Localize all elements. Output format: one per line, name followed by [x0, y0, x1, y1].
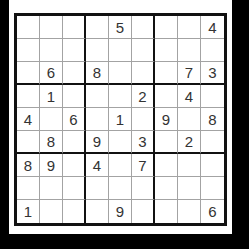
- cell-r5c9: 8: [201, 108, 224, 131]
- cell-r9c5: 9: [109, 200, 132, 223]
- cell-r8c7: [155, 177, 178, 200]
- cell-r6c9: [201, 131, 224, 154]
- cell-r8c8: [178, 177, 201, 200]
- cell-r2c2: [40, 39, 63, 62]
- cell-r8c2: [40, 177, 63, 200]
- puzzle-card: 5468731244619889328947196: [9, 0, 232, 234]
- cell-r1c1: [17, 16, 40, 39]
- cell-r5c6: [132, 108, 155, 131]
- cell-r3c2: 6: [40, 62, 63, 85]
- cell-r4c8: 4: [178, 85, 201, 108]
- cell-r1c7: [155, 16, 178, 39]
- cell-r3c1: [17, 62, 40, 85]
- cell-r3c3: [63, 62, 86, 85]
- cell-r2c5: [109, 39, 132, 62]
- cell-r6c2: 8: [40, 131, 63, 154]
- cell-r8c6: [132, 177, 155, 200]
- cell-r7c8: [178, 154, 201, 177]
- cell-r3c8: 7: [178, 62, 201, 85]
- cell-r7c1: 8: [17, 154, 40, 177]
- cell-r4c6: 2: [132, 85, 155, 108]
- cell-r2c7: [155, 39, 178, 62]
- screen-background: 5468731244619889328947196: [0, 0, 249, 249]
- cell-r7c7: [155, 154, 178, 177]
- cell-r7c2: 9: [40, 154, 63, 177]
- cell-r6c3: [63, 131, 86, 154]
- cell-r1c8: [178, 16, 201, 39]
- cell-r5c7: 9: [155, 108, 178, 131]
- cell-r9c8: [178, 200, 201, 223]
- cell-r3c9: 3: [201, 62, 224, 85]
- cell-r5c3: 6: [63, 108, 86, 131]
- cell-r4c2: 1: [40, 85, 63, 108]
- cell-r4c3: [63, 85, 86, 108]
- cell-r6c4: 9: [86, 131, 109, 154]
- cell-r8c5: [109, 177, 132, 200]
- cell-r5c2: [40, 108, 63, 131]
- cell-r7c9: [201, 154, 224, 177]
- cell-r5c5: 1: [109, 108, 132, 131]
- cell-r6c5: [109, 131, 132, 154]
- cell-r2c8: [178, 39, 201, 62]
- cell-r6c8: 2: [178, 131, 201, 154]
- cell-r1c2: [40, 16, 63, 39]
- cell-r4c9: [201, 85, 224, 108]
- cell-r8c4: [86, 177, 109, 200]
- cell-r5c8: [178, 108, 201, 131]
- cell-r1c9: 4: [201, 16, 224, 39]
- cell-r9c2: [40, 200, 63, 223]
- cell-r3c5: [109, 62, 132, 85]
- cell-r9c6: [132, 200, 155, 223]
- cell-r7c4: 4: [86, 154, 109, 177]
- cell-r8c9: [201, 177, 224, 200]
- cell-r2c1: [17, 39, 40, 62]
- cell-r8c3: [63, 177, 86, 200]
- cell-r9c4: [86, 200, 109, 223]
- cell-r3c4: 8: [86, 62, 109, 85]
- cell-r7c3: [63, 154, 86, 177]
- cell-r9c1: 1: [17, 200, 40, 223]
- cell-r4c1: [17, 85, 40, 108]
- cell-r2c9: [201, 39, 224, 62]
- cell-r1c6: [132, 16, 155, 39]
- cell-r8c1: [17, 177, 40, 200]
- cell-r1c5: 5: [109, 16, 132, 39]
- cell-r7c5: [109, 154, 132, 177]
- cell-r9c3: [63, 200, 86, 223]
- cell-r4c7: [155, 85, 178, 108]
- cell-r1c4: [86, 16, 109, 39]
- cell-r2c6: [132, 39, 155, 62]
- cell-r6c6: 3: [132, 131, 155, 154]
- cell-r6c1: [17, 131, 40, 154]
- cell-r4c5: [109, 85, 132, 108]
- cell-r7c6: 7: [132, 154, 155, 177]
- sudoku-board: 5468731244619889328947196: [14, 13, 227, 226]
- cell-r5c4: [86, 108, 109, 131]
- cell-r3c7: [155, 62, 178, 85]
- cell-r2c3: [63, 39, 86, 62]
- cell-r3c6: [132, 62, 155, 85]
- cell-r6c7: [155, 131, 178, 154]
- cell-r1c3: [63, 16, 86, 39]
- cell-r4c4: [86, 85, 109, 108]
- cell-r9c7: [155, 200, 178, 223]
- cell-r5c1: 4: [17, 108, 40, 131]
- cell-r2c4: [86, 39, 109, 62]
- cell-r9c9: 6: [201, 200, 224, 223]
